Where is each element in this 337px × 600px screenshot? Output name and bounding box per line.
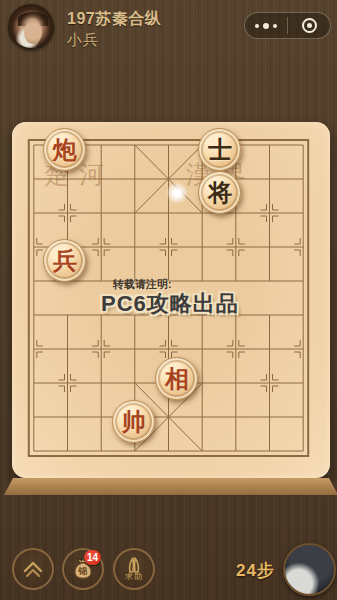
level-title: 197苏秦合纵	[67, 9, 161, 30]
piece-red-炮[interactable]: 炮	[43, 128, 86, 171]
avatar-hair	[18, 12, 48, 26]
piece-black-将[interactable]: 将	[198, 171, 241, 214]
board-bevel	[4, 478, 337, 495]
player-avatar[interactable]	[283, 543, 336, 596]
piece-red-相[interactable]: 相	[155, 357, 198, 400]
header: 197苏秦合纵 小兵	[0, 0, 337, 58]
more-menu-button[interactable]	[245, 13, 287, 38]
last-move-marker: ✳	[166, 182, 188, 204]
app-screen: 197苏秦合纵 小兵 楚河 漢界	[0, 0, 337, 600]
svg-text:锦: 锦	[78, 566, 88, 576]
exit-icon	[302, 18, 317, 33]
watermark-brand: PC6攻略出品	[101, 289, 239, 319]
level-avatar	[8, 4, 54, 50]
piece-black-士[interactable]: 士	[198, 128, 241, 171]
level-subtitle: 小兵	[67, 31, 98, 50]
collapse-button[interactable]	[12, 548, 54, 590]
piece-red-帅[interactable]: 帅	[112, 400, 155, 443]
ask-help-button[interactable]: 求助	[113, 548, 155, 590]
wechat-capsule	[244, 12, 331, 39]
step-counter: 24步	[236, 559, 275, 582]
hint-count-badge: 14	[84, 550, 101, 565]
exit-miniprogram-button[interactable]	[288, 13, 330, 38]
chevron-up-icon	[20, 556, 46, 582]
help-label: 求助	[125, 571, 143, 582]
piece-red-兵[interactable]: 兵	[43, 239, 86, 282]
